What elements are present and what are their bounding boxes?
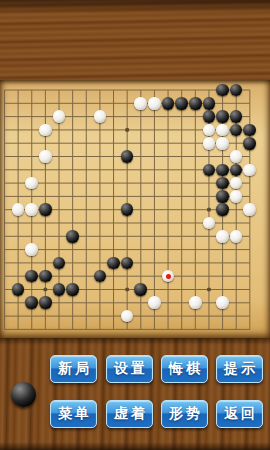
board-cell[interactable] [161,110,175,123]
board-cell[interactable] [0,296,11,309]
board-cell[interactable] [148,243,162,256]
board-cell[interactable] [39,176,53,189]
board-cell[interactable] [202,97,216,110]
board-cell[interactable] [93,283,107,296]
board-cell[interactable] [216,323,230,336]
board-cell[interactable] [52,83,66,96]
board-cell[interactable] [229,256,243,269]
board-cell[interactable] [93,190,107,203]
board-cell[interactable] [39,323,53,336]
board-cell[interactable] [148,110,162,123]
board-cell[interactable] [134,243,148,256]
board-cell[interactable] [134,296,148,309]
board-cell[interactable] [66,323,80,336]
board-cell[interactable] [79,216,93,229]
board-cell[interactable] [0,309,11,322]
board-cell[interactable] [216,283,230,296]
board-cell[interactable] [188,243,202,256]
board-cell[interactable] [120,323,134,336]
board-cell[interactable] [11,283,25,296]
board-cell[interactable] [148,283,162,296]
board-cell[interactable] [202,137,216,150]
board-cell[interactable] [243,83,257,96]
board-cell[interactable] [175,123,189,136]
board-cell[interactable] [175,283,189,296]
board-cell[interactable] [175,323,189,336]
board-cell[interactable] [243,97,257,110]
board-cell[interactable] [161,123,175,136]
board-cell[interactable] [229,190,243,203]
board-cell[interactable] [66,190,80,203]
board-cell[interactable] [216,190,230,203]
board-cell[interactable] [243,323,257,336]
board-cell[interactable] [188,283,202,296]
board-cell[interactable] [216,270,230,283]
board-cell[interactable] [79,190,93,203]
board-cell[interactable] [0,137,11,150]
board-cell[interactable] [66,97,80,110]
board-cell[interactable] [216,309,230,322]
board-cell[interactable] [25,83,39,96]
board-cell[interactable] [107,97,121,110]
board-cell[interactable] [134,123,148,136]
board-cell[interactable] [79,97,93,110]
board-cell[interactable] [229,216,243,229]
board-cell[interactable] [79,283,93,296]
board-cell[interactable] [161,216,175,229]
board-cell[interactable] [107,216,121,229]
board-cell[interactable] [202,256,216,269]
board-cell[interactable] [216,216,230,229]
board-cell[interactable] [229,176,243,189]
board-cell[interactable] [188,216,202,229]
board-cell[interactable] [39,150,53,163]
board-cell[interactable] [66,150,80,163]
board-cell[interactable] [39,256,53,269]
board-cell[interactable] [52,123,66,136]
board-cell[interactable] [134,283,148,296]
board-cell[interactable] [120,270,134,283]
board-cell[interactable] [216,137,230,150]
board-cell[interactable] [79,230,93,243]
board-cell[interactable] [216,230,230,243]
board-cell[interactable] [188,323,202,336]
board-cell[interactable] [39,83,53,96]
board-cell[interactable] [202,283,216,296]
go-board[interactable] [0,80,270,338]
board-cell[interactable] [216,243,230,256]
board-cell[interactable] [188,203,202,216]
board-cell[interactable] [243,163,257,176]
board-cell[interactable] [25,110,39,123]
board-cell[interactable] [120,137,134,150]
board-cell[interactable] [148,230,162,243]
board-cell[interactable] [25,323,39,336]
board-cell[interactable] [202,123,216,136]
board-cell[interactable] [202,176,216,189]
board-cell[interactable] [120,83,134,96]
board-cell[interactable] [25,97,39,110]
board-cell[interactable] [11,110,25,123]
board-cell[interactable] [0,203,11,216]
board-cell[interactable] [148,216,162,229]
board-cell[interactable] [188,137,202,150]
board-cell[interactable] [66,256,80,269]
board-cell[interactable] [93,203,107,216]
board-cell[interactable] [229,296,243,309]
board-cell[interactable] [0,123,11,136]
board-cell[interactable] [11,163,25,176]
board-cell[interactable] [120,216,134,229]
board-cell[interactable] [229,97,243,110]
board-cell[interactable] [39,123,53,136]
board-cell[interactable] [11,270,25,283]
button-menu[interactable]: 菜单 [50,400,97,428]
board-cell[interactable] [243,176,257,189]
board-cell[interactable] [216,150,230,163]
board-cell[interactable] [120,176,134,189]
board-cell[interactable] [107,230,121,243]
board-cell[interactable] [229,243,243,256]
board-cell[interactable] [216,163,230,176]
board-cell[interactable] [134,150,148,163]
board-cell[interactable] [161,243,175,256]
board-cell[interactable] [107,243,121,256]
board-cell[interactable] [66,203,80,216]
board-cell[interactable] [202,190,216,203]
board-cell[interactable] [11,190,25,203]
board-cell[interactable] [120,203,134,216]
board-cell[interactable] [107,296,121,309]
button-undo[interactable]: 悔棋 [161,355,208,383]
button-pass[interactable]: 虚着 [106,400,153,428]
board-cell[interactable] [188,110,202,123]
board-cell[interactable] [188,296,202,309]
board-cell[interactable] [175,256,189,269]
board-cell[interactable] [134,323,148,336]
board-cell[interactable] [229,163,243,176]
board-cell[interactable] [79,123,93,136]
board-cell[interactable] [188,230,202,243]
board-cell[interactable] [52,150,66,163]
board-cell[interactable] [93,150,107,163]
board-cell[interactable] [216,296,230,309]
board-cell[interactable] [52,110,66,123]
board-cell[interactable] [52,176,66,189]
board-cell[interactable] [243,203,257,216]
board-cell[interactable] [93,176,107,189]
board-cell[interactable] [66,243,80,256]
board-cell[interactable] [107,190,121,203]
board-cell[interactable] [25,256,39,269]
board-cell[interactable] [188,163,202,176]
board-cell[interactable] [11,243,25,256]
board-cell[interactable] [216,176,230,189]
board-cell[interactable] [39,230,53,243]
board-cell[interactable] [52,230,66,243]
board-cell[interactable] [0,110,11,123]
board-cell[interactable] [175,296,189,309]
board-cell[interactable] [161,296,175,309]
board-cell[interactable] [243,216,257,229]
board-cell[interactable] [243,296,257,309]
board-cell[interactable] [120,256,134,269]
board-cell[interactable] [79,163,93,176]
button-back[interactable]: 返回 [216,400,263,428]
board-cell[interactable] [0,190,11,203]
board-cell[interactable] [148,323,162,336]
board-cell[interactable] [202,296,216,309]
board-cell[interactable] [107,256,121,269]
board-cell[interactable] [243,190,257,203]
board-cell[interactable] [79,83,93,96]
board-cell[interactable] [11,256,25,269]
board-cell[interactable] [175,83,189,96]
board-cell[interactable] [148,163,162,176]
board-cell[interactable] [175,309,189,322]
board-cell[interactable] [188,83,202,96]
board-cell[interactable] [66,137,80,150]
board-cell[interactable] [161,283,175,296]
board-cell[interactable] [79,323,93,336]
board-cell[interactable] [120,230,134,243]
board-cell[interactable] [243,150,257,163]
board-cell[interactable] [79,176,93,189]
board-cell[interactable] [39,97,53,110]
board-cell[interactable] [202,83,216,96]
board-cell[interactable] [175,270,189,283]
board-cell[interactable] [39,243,53,256]
board-cell[interactable] [25,243,39,256]
button-settings[interactable]: 设置 [106,355,153,383]
board-cell[interactable] [202,230,216,243]
board-cell[interactable] [202,309,216,322]
board-cell[interactable] [229,83,243,96]
button-estimate[interactable]: 形势 [161,400,208,428]
board-cell[interactable] [52,323,66,336]
board-cell[interactable] [175,230,189,243]
board-cell[interactable] [25,176,39,189]
board-cell[interactable] [25,270,39,283]
board-cell[interactable] [175,163,189,176]
board-cell[interactable] [66,176,80,189]
board-cell[interactable] [134,309,148,322]
board-cell[interactable] [52,97,66,110]
board-cell[interactable] [175,243,189,256]
board-cell[interactable] [66,309,80,322]
board-cell[interactable] [107,176,121,189]
board-cell[interactable] [79,110,93,123]
board-cell[interactable] [93,270,107,283]
board-cell[interactable] [0,323,11,336]
board-cell[interactable] [229,283,243,296]
board-cell[interactable] [134,230,148,243]
board-cell[interactable] [202,163,216,176]
board-cell[interactable] [243,256,257,269]
board-cell[interactable] [134,163,148,176]
board-cell[interactable] [161,256,175,269]
board-cell[interactable] [229,230,243,243]
board-cell[interactable] [52,309,66,322]
board-cell[interactable] [216,83,230,96]
board-cell[interactable] [0,270,11,283]
board-cell[interactable] [25,283,39,296]
board-cell[interactable] [93,256,107,269]
board-cell[interactable] [188,256,202,269]
board-cell[interactable] [107,270,121,283]
board-cell[interactable] [202,323,216,336]
board-cell[interactable] [134,110,148,123]
board-cell[interactable] [161,230,175,243]
board-cell[interactable] [52,283,66,296]
board-cell[interactable] [107,203,121,216]
board-cell[interactable] [202,216,216,229]
board-cell[interactable] [120,97,134,110]
board-cell[interactable] [107,150,121,163]
board-cell[interactable] [148,270,162,283]
board-cell[interactable] [11,296,25,309]
board-cell[interactable] [148,190,162,203]
board-cell[interactable] [134,137,148,150]
board-cell[interactable] [229,123,243,136]
board-cell[interactable] [52,190,66,203]
board-cell[interactable] [134,270,148,283]
board-cell[interactable] [93,97,107,110]
board-cell[interactable] [229,150,243,163]
board-cell[interactable] [66,123,80,136]
board-cell[interactable] [25,216,39,229]
board-cell[interactable] [39,190,53,203]
board-cell[interactable] [25,163,39,176]
board-cell[interactable] [93,163,107,176]
board-cell[interactable] [229,323,243,336]
board-cell[interactable] [134,83,148,96]
board-cell[interactable] [229,137,243,150]
board-cell[interactable] [243,243,257,256]
board-cell[interactable] [161,176,175,189]
board-cell[interactable] [120,163,134,176]
board-cell[interactable] [243,110,257,123]
board-cell[interactable] [25,296,39,309]
board-cell[interactable] [216,256,230,269]
board-cell[interactable] [107,163,121,176]
board-cell[interactable] [93,83,107,96]
board-cell[interactable] [0,243,11,256]
board-cell[interactable] [120,110,134,123]
board-cell[interactable] [229,203,243,216]
board-cell[interactable] [188,97,202,110]
board-cell[interactable] [66,270,80,283]
board-cell[interactable] [79,270,93,283]
board-cell[interactable] [134,256,148,269]
board-cell[interactable] [107,323,121,336]
board-cell[interactable] [188,150,202,163]
board-cell[interactable] [148,150,162,163]
board-cell[interactable] [52,296,66,309]
board-cell[interactable] [243,270,257,283]
board-cell[interactable] [93,123,107,136]
board-cell[interactable] [0,216,11,229]
board-cell[interactable] [25,150,39,163]
board-cell[interactable] [11,176,25,189]
board-cell[interactable] [66,110,80,123]
board-cell[interactable] [52,270,66,283]
board-cell[interactable] [161,97,175,110]
board-cell[interactable] [0,97,11,110]
board-cell[interactable] [134,97,148,110]
board-cell[interactable] [148,296,162,309]
board-cell[interactable] [134,176,148,189]
board-cell[interactable] [66,230,80,243]
board-cell[interactable] [39,309,53,322]
board-cell[interactable] [11,216,25,229]
board-cell[interactable] [161,309,175,322]
board-cell[interactable] [202,110,216,123]
board-cell[interactable] [107,283,121,296]
board-cell[interactable] [243,137,257,150]
board-cell[interactable] [66,296,80,309]
board-cell[interactable] [11,97,25,110]
board-cell[interactable] [120,283,134,296]
board-cell[interactable] [107,123,121,136]
board-cell[interactable] [0,176,11,189]
board-cell[interactable] [188,309,202,322]
board-cell[interactable] [52,216,66,229]
board-cell[interactable] [11,309,25,322]
board-cell[interactable] [66,283,80,296]
board-cell[interactable] [39,110,53,123]
board-cell[interactable] [148,137,162,150]
board-cell[interactable] [79,296,93,309]
board-cell[interactable] [39,163,53,176]
board-cell[interactable] [11,323,25,336]
board-cell[interactable] [202,203,216,216]
board-cell[interactable] [188,176,202,189]
board-cell[interactable] [161,83,175,96]
board-cell[interactable] [52,203,66,216]
board-cell[interactable] [202,243,216,256]
board-cell[interactable] [148,123,162,136]
board-cell[interactable] [25,309,39,322]
board-cell[interactable] [161,323,175,336]
board-cell[interactable] [11,137,25,150]
board-cell[interactable] [39,296,53,309]
board-cell[interactable] [39,270,53,283]
board-cell[interactable] [229,110,243,123]
board-cell[interactable] [93,309,107,322]
board-cell[interactable] [52,243,66,256]
board-cell[interactable] [120,296,134,309]
board-cell[interactable] [39,137,53,150]
board-cell[interactable] [79,243,93,256]
board-cell[interactable] [93,216,107,229]
board-cell[interactable] [148,176,162,189]
board-cell[interactable] [175,176,189,189]
board-cell[interactable] [107,110,121,123]
board-cell[interactable] [93,137,107,150]
board-cell[interactable] [0,83,11,96]
board-cell[interactable] [79,137,93,150]
board-cell[interactable] [52,256,66,269]
board-cell[interactable] [79,203,93,216]
board-cell[interactable] [175,97,189,110]
board-cell[interactable] [93,323,107,336]
board-cell[interactable] [161,203,175,216]
board-cell[interactable] [25,203,39,216]
board-cell[interactable] [134,203,148,216]
board-cell[interactable] [188,123,202,136]
board-cell[interactable] [120,243,134,256]
